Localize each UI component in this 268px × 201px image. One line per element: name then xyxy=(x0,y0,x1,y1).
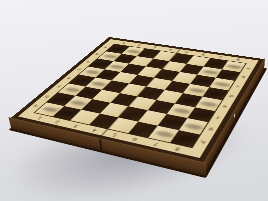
coord-label-rank-7-near: 7 xyxy=(152,141,159,146)
coord-label-file-f-right: f xyxy=(216,116,220,120)
coord-label-rank-6-near: 6 xyxy=(131,137,138,142)
coord-label-file-b-right: b xyxy=(240,76,245,79)
chess-board: 1122334455667788aabbccddeeffgghh ♜♞♝♛♚♝♞… xyxy=(13,46,264,175)
scene-3d: 1122334455667788aabbccddeeffgghh ♜♞♝♛♚♝♞… xyxy=(0,0,268,201)
coord-label-rank-2-near: 2 xyxy=(54,120,61,124)
coord-label-file-h-right: h xyxy=(199,140,206,145)
coord-label-file-a-right: a xyxy=(246,67,251,70)
photo-stage: 1122334455667788aabbccddeeffgghh ♜♞♝♛♚♝♞… xyxy=(0,0,268,201)
coord-label-file-e-right: e xyxy=(222,105,228,109)
coord-label-rank-8-near: 8 xyxy=(174,146,181,151)
coord-label-rank-1-near: 1 xyxy=(36,116,43,120)
fold-seam-front xyxy=(99,139,102,151)
coord-label-rank-3-near: 3 xyxy=(72,124,79,128)
piece-glyph: ♜ xyxy=(164,100,203,143)
piece-glyph: ♟ xyxy=(51,84,81,117)
coord-label-rank-3-far: 3 xyxy=(152,46,157,49)
coord-label-file-g-right: g xyxy=(207,127,214,132)
coord-label-rank-4-near: 4 xyxy=(91,128,98,133)
clasp-icon xyxy=(234,112,235,118)
coord-label-rank-4-far: 4 xyxy=(168,49,173,52)
coord-label-rank-5-near: 5 xyxy=(111,132,118,137)
